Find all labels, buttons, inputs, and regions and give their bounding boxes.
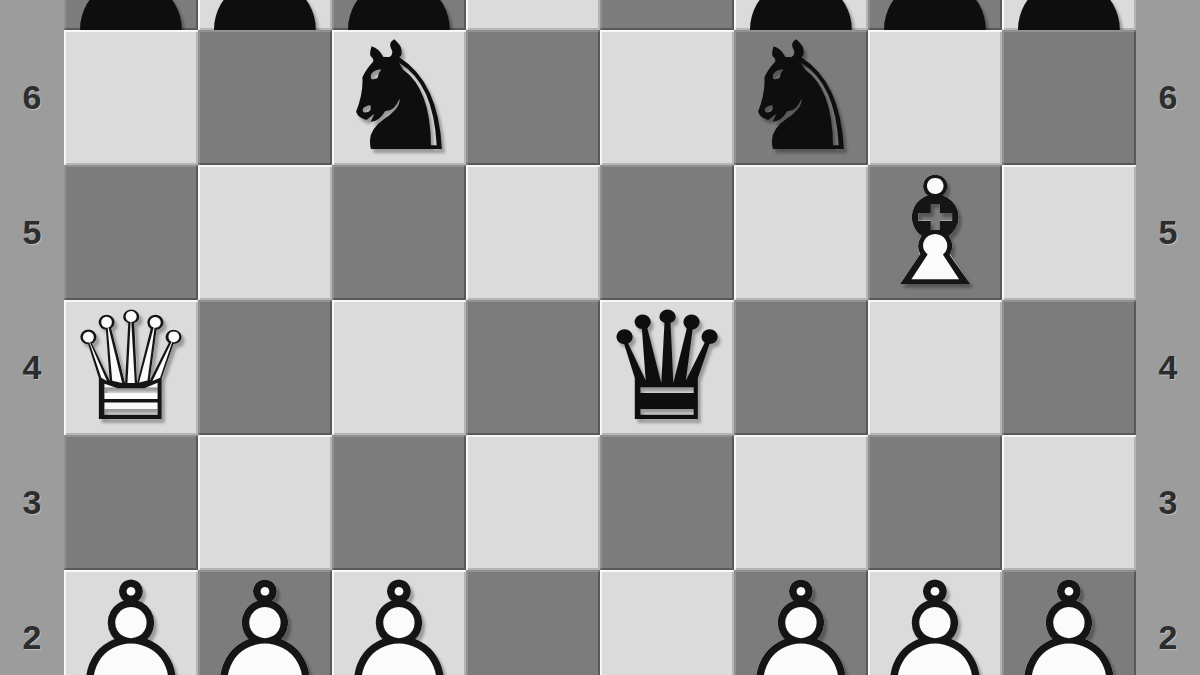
black-queen-e4: ♛ bbox=[600, 300, 734, 435]
square-d5 bbox=[466, 165, 600, 300]
white-pawn-icon-outline: ♙ bbox=[868, 570, 1002, 675]
square-h5 bbox=[1002, 165, 1136, 300]
white-pawn-c2: ♟♙ bbox=[332, 570, 466, 675]
square-e4: ♛ bbox=[600, 300, 734, 435]
square-b4 bbox=[198, 300, 332, 435]
square-b7: ♟ bbox=[198, 0, 332, 30]
white-pawn-b2: ♟♙ bbox=[198, 570, 332, 675]
square-f6: ♞ bbox=[734, 30, 868, 165]
square-a7: ♟ bbox=[64, 0, 198, 30]
square-c2: ♟♙ bbox=[332, 570, 466, 675]
white-pawn-f2: ♟♙ bbox=[734, 570, 868, 675]
rank-label-right-3: 3 bbox=[1136, 484, 1200, 520]
rank-label-right-5: 5 bbox=[1136, 214, 1200, 250]
square-f2: ♟♙ bbox=[734, 570, 868, 675]
square-d4 bbox=[466, 300, 600, 435]
white-pawn-icon-outline: ♙ bbox=[1002, 570, 1136, 675]
square-e6 bbox=[600, 30, 734, 165]
rank-label-left-2: 2 bbox=[0, 619, 64, 655]
white-pawn-icon-outline: ♙ bbox=[734, 570, 868, 675]
square-e2 bbox=[600, 570, 734, 675]
square-f4 bbox=[734, 300, 868, 435]
black-knight-c6: ♞ bbox=[332, 30, 466, 165]
square-g2: ♟♙ bbox=[868, 570, 1002, 675]
square-d7 bbox=[466, 0, 600, 30]
black-queen-icon: ♛ bbox=[600, 300, 734, 435]
square-g4 bbox=[868, 300, 1002, 435]
square-f5 bbox=[734, 165, 868, 300]
black-knight-icon: ♞ bbox=[734, 30, 868, 165]
square-h7: ♟ bbox=[1002, 0, 1136, 30]
square-a4: ♛♕ bbox=[64, 300, 198, 435]
white-bishop-icon-outline: ♗ bbox=[868, 165, 1002, 300]
square-a2: ♟♙ bbox=[64, 570, 198, 675]
square-a6 bbox=[64, 30, 198, 165]
rank-label-right-6: 6 bbox=[1136, 79, 1200, 115]
white-pawn-icon-outline: ♙ bbox=[332, 570, 466, 675]
square-b5 bbox=[198, 165, 332, 300]
rank-label-left-4: 4 bbox=[0, 349, 64, 385]
white-pawn-a2: ♟♙ bbox=[64, 570, 198, 675]
square-d6 bbox=[466, 30, 600, 165]
black-pawn-b7: ♟ bbox=[198, 0, 332, 30]
chess-board: ♟♟♟♟♟♟♞♞♝♗♛♕♛♟♙♟♙♟♙♟♙♟♙♟♙ bbox=[64, 0, 1136, 675]
black-knight-icon: ♞ bbox=[332, 30, 466, 165]
square-d3 bbox=[466, 435, 600, 570]
white-pawn-icon-outline: ♙ bbox=[198, 570, 332, 675]
square-h2: ♟♙ bbox=[1002, 570, 1136, 675]
white-bishop-g5: ♝♗ bbox=[868, 165, 1002, 300]
square-e3 bbox=[600, 435, 734, 570]
square-g5: ♝♗ bbox=[868, 165, 1002, 300]
square-d2 bbox=[466, 570, 600, 675]
white-pawn-h2: ♟♙ bbox=[1002, 570, 1136, 675]
square-g7: ♟ bbox=[868, 0, 1002, 30]
square-e7 bbox=[600, 0, 734, 30]
rank-label-right-4: 4 bbox=[1136, 349, 1200, 385]
white-queen-icon-outline: ♕ bbox=[64, 300, 198, 435]
white-queen-a4: ♛♕ bbox=[64, 300, 198, 435]
square-c6: ♞ bbox=[332, 30, 466, 165]
square-b6 bbox=[198, 30, 332, 165]
black-pawn-h7: ♟ bbox=[1002, 0, 1136, 30]
chess-diagram: ♟♟♟♟♟♟♞♞♝♗♛♕♛♟♙♟♙♟♙♟♙♟♙♟♙ 6 5 4 3 2 6 5 … bbox=[0, 0, 1200, 675]
square-b2: ♟♙ bbox=[198, 570, 332, 675]
square-c5 bbox=[332, 165, 466, 300]
rank-label-left-5: 5 bbox=[0, 214, 64, 250]
square-h6 bbox=[1002, 30, 1136, 165]
rank-label-right-2: 2 bbox=[1136, 619, 1200, 655]
rank-label-left-6: 6 bbox=[0, 79, 64, 115]
square-h4 bbox=[1002, 300, 1136, 435]
black-pawn-g7: ♟ bbox=[868, 0, 1002, 30]
white-pawn-g2: ♟♙ bbox=[868, 570, 1002, 675]
square-c4 bbox=[332, 300, 466, 435]
white-pawn-icon-outline: ♙ bbox=[64, 570, 198, 675]
black-knight-f6: ♞ bbox=[734, 30, 868, 165]
rank-label-left-3: 3 bbox=[0, 484, 64, 520]
black-pawn-a7: ♟ bbox=[64, 0, 198, 30]
